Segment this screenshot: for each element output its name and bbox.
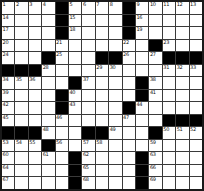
grid-cell-r9c4[interactable] [42, 102, 54, 114]
grid-cell-r10c1[interactable]: 45 [2, 115, 14, 127]
grid-cell-r13c1[interactable]: 60 [2, 152, 14, 164]
clue-number-31: 31 [163, 65, 169, 70]
grid-cell-r1c3[interactable]: 3 [29, 2, 41, 14]
block-cell-r2c10 [123, 15, 135, 27]
grid-cell-r4c14[interactable] [176, 40, 188, 52]
grid-cell-r3c2[interactable] [15, 27, 27, 39]
grid-cell-r9c3[interactable] [29, 102, 41, 114]
block-cell-r10c15 [190, 115, 202, 127]
grid-cell-r7c3[interactable]: 36 [29, 77, 41, 89]
block-cell-r11c8 [96, 127, 108, 139]
clue-number-26: 26 [123, 52, 129, 57]
grid-cell-r6c9[interactable]: 30 [109, 65, 121, 77]
grid-cell-r3c4[interactable] [42, 27, 54, 39]
grid-cell-r8c8[interactable] [96, 90, 108, 102]
grid-cell-r3c8[interactable] [96, 27, 108, 39]
block-cell-r6c2 [15, 65, 27, 77]
grid-cell-r7c14[interactable] [176, 77, 188, 89]
grid-cell-r12c15[interactable] [190, 140, 202, 152]
grid-cell-r1c9[interactable]: 8 [109, 2, 121, 14]
grid-cell-r7c1[interactable]: 34 [2, 77, 14, 89]
grid-cell-r14c2[interactable] [15, 165, 27, 177]
block-cell-r13c11 [136, 152, 148, 164]
block-cell-r14c11 [136, 165, 148, 177]
grid-cell-r10c3[interactable] [29, 115, 41, 127]
block-cell-r14c6 [69, 165, 81, 177]
block-cell-r9c10 [123, 102, 135, 114]
grid-cell-r6c11[interactable] [136, 65, 148, 77]
block-cell-r5c8 [96, 52, 108, 64]
grid-cell-r1c14[interactable]: 12 [176, 2, 188, 14]
grid-cell-r14c3[interactable] [29, 165, 41, 177]
clue-number-56: 56 [56, 140, 62, 145]
grid-cell-r1c4[interactable]: 4 [42, 2, 54, 14]
grid-cell-r6c14[interactable]: 32 [176, 65, 188, 77]
grid-cell-r13c2[interactable] [15, 152, 27, 164]
clue-number-69: 69 [150, 177, 156, 182]
grid-cell-r11c10[interactable] [123, 127, 135, 139]
grid-cell-r12c12[interactable]: 59 [149, 140, 161, 152]
clue-number-38: 38 [150, 77, 156, 82]
clue-number-35: 35 [16, 77, 22, 82]
block-cell-r11c7 [82, 127, 94, 139]
clue-number-36: 36 [29, 77, 35, 82]
grid-cell-r15c13[interactable] [163, 177, 175, 189]
clue-number-13: 13 [190, 2, 196, 7]
grid-cell-r9c6[interactable]: 43 [69, 102, 81, 114]
grid-cell-r10c5[interactable]: 46 [56, 115, 68, 127]
clue-number-9: 9 [136, 2, 139, 7]
clue-number-59: 59 [150, 140, 156, 145]
grid-cell-r15c10[interactable] [123, 177, 135, 189]
clue-number-16: 16 [136, 15, 142, 20]
grid-cell-r15c7[interactable]: 68 [82, 177, 94, 189]
clue-number-48: 48 [43, 127, 49, 132]
crossword-grid: 1234567891011121314151617181920212223242… [0, 0, 204, 191]
block-cell-r6c1 [2, 65, 14, 77]
clue-number-22: 22 [123, 40, 129, 45]
grid-cell-r6c7[interactable] [82, 65, 94, 77]
clue-number-8: 8 [110, 2, 113, 7]
grid-cell-r11c6[interactable] [69, 127, 81, 139]
grid-cell-r8c7[interactable] [82, 90, 94, 102]
grid-cell-r8c9[interactable] [109, 90, 121, 102]
grid-cell-r4c1[interactable]: 20 [2, 40, 14, 52]
grid-cell-r10c6[interactable] [69, 115, 81, 127]
grid-cell-r4c8[interactable] [96, 40, 108, 52]
grid-cell-r2c7[interactable] [82, 15, 94, 27]
grid-cell-r4c11[interactable] [136, 40, 148, 52]
grid-cell-r3c12[interactable] [149, 27, 161, 39]
grid-cell-r10c7[interactable] [82, 115, 94, 127]
clue-number-2: 2 [16, 2, 19, 7]
grid-cell-r12c6[interactable] [69, 140, 81, 152]
clue-number-30: 30 [110, 65, 116, 70]
grid-cell-r14c13[interactable] [163, 165, 175, 177]
grid-cell-r15c15[interactable] [190, 177, 202, 189]
grid-cell-r7c4[interactable] [42, 77, 54, 89]
block-cell-r5c14 [176, 52, 188, 64]
grid-cell-r8c1[interactable]: 39 [2, 90, 14, 102]
block-cell-r15c11 [136, 177, 148, 189]
block-cell-r11c1 [2, 127, 14, 139]
grid-cell-r5c2[interactable] [15, 52, 27, 64]
grid-cell-r11c4[interactable]: 48 [42, 127, 54, 139]
grid-cell-r13c5[interactable] [56, 152, 68, 164]
grid-cell-r8c3[interactable] [29, 90, 41, 102]
grid-cell-r13c3[interactable] [29, 152, 41, 164]
clue-number-39: 39 [3, 90, 9, 95]
grid-cell-r15c1[interactable]: 67 [2, 177, 14, 189]
clue-number-28: 28 [43, 65, 49, 70]
grid-cell-r6c15[interactable]: 33 [190, 65, 202, 77]
block-cell-r10c13 [163, 115, 175, 127]
clue-number-37: 37 [83, 77, 89, 82]
grid-cell-r3c3[interactable] [29, 27, 41, 39]
grid-cell-r12c2[interactable]: 54 [15, 140, 27, 152]
grid-cell-r10c11[interactable] [136, 115, 148, 127]
grid-cell-r15c12[interactable]: 69 [149, 177, 161, 189]
grid-cell-r3c9[interactable] [109, 27, 121, 39]
grid-cell-r15c14[interactable] [176, 177, 188, 189]
clue-number-49: 49 [110, 127, 116, 132]
grid-cell-r12c3[interactable]: 55 [29, 140, 41, 152]
grid-cell-r12c7[interactable]: 57 [82, 140, 94, 152]
grid-cell-r9c11[interactable]: 44 [136, 102, 148, 114]
grid-cell-r14c9[interactable] [109, 165, 121, 177]
grid-cell-r10c9[interactable] [109, 115, 121, 127]
grid-cell-r3c15[interactable] [190, 27, 202, 39]
clue-number-5: 5 [69, 2, 72, 7]
grid-cell-r10c8[interactable] [96, 115, 108, 127]
clue-number-24: 24 [3, 52, 9, 57]
grid-cell-r12c10[interactable] [123, 140, 135, 152]
grid-cell-r11c15[interactable]: 52 [190, 127, 202, 139]
grid-cell-r3c1[interactable]: 17 [2, 27, 14, 39]
grid-cell-r4c6[interactable] [69, 40, 81, 52]
grid-cell-r12c11[interactable] [136, 140, 148, 152]
clue-number-29: 29 [96, 65, 102, 70]
clue-number-32: 32 [177, 65, 183, 70]
grid-cell-r9c7[interactable] [82, 102, 94, 114]
clue-number-41: 41 [150, 90, 156, 95]
grid-cell-r8c12[interactable]: 41 [149, 90, 161, 102]
grid-cell-r15c3[interactable] [29, 177, 41, 189]
grid-cell-r14c12[interactable]: 66 [149, 165, 161, 177]
grid-cell-r6c8[interactable]: 29 [96, 65, 108, 77]
grid-cell-r15c9[interactable] [109, 177, 121, 189]
block-cell-r3c10 [123, 27, 135, 39]
clue-number-1: 1 [3, 2, 6, 7]
grid-cell-r2c9[interactable] [109, 15, 121, 27]
grid-cell-r6c12[interactable] [149, 65, 161, 77]
grid-cell-r13c9[interactable] [109, 152, 121, 164]
clue-number-3: 3 [29, 2, 32, 7]
clue-number-42: 42 [3, 102, 9, 107]
grid-cell-r1c13[interactable]: 11 [163, 2, 175, 14]
clue-number-47: 47 [123, 115, 129, 120]
clue-number-27: 27 [150, 52, 156, 57]
grid-cell-r6c6[interactable] [69, 65, 81, 77]
grid-cell-r5c5[interactable]: 25 [56, 52, 68, 64]
clue-number-65: 65 [83, 165, 89, 170]
block-cell-r8c11 [136, 90, 148, 102]
grid-cell-r3c13[interactable] [163, 27, 175, 39]
grid-cell-r7c10[interactable] [123, 77, 135, 89]
grid-cell-r14c14[interactable] [176, 165, 188, 177]
grid-cell-r5c6[interactable] [69, 52, 81, 64]
grid-cell-r6c5[interactable] [56, 65, 68, 77]
clue-number-7: 7 [96, 2, 99, 7]
clue-number-33: 33 [190, 65, 196, 70]
grid-cell-r14c4[interactable] [42, 165, 54, 177]
clue-number-66: 66 [150, 165, 156, 170]
grid-cell-r7c13[interactable] [163, 77, 175, 89]
grid-cell-r4c15[interactable] [190, 40, 202, 52]
clue-number-6: 6 [83, 2, 86, 7]
clue-number-44: 44 [136, 102, 142, 107]
block-cell-r11c12 [149, 127, 161, 139]
grid-cell-r2c3[interactable] [29, 15, 41, 27]
grid-cell-r10c12[interactable] [149, 115, 161, 127]
clue-number-43: 43 [69, 102, 75, 107]
clue-number-45: 45 [3, 115, 9, 120]
clue-number-17: 17 [3, 27, 9, 32]
block-cell-r4c12 [149, 40, 161, 52]
grid-cell-r13c12[interactable]: 63 [149, 152, 161, 164]
clue-number-53: 53 [3, 140, 9, 145]
clue-number-63: 63 [150, 152, 156, 157]
grid-cell-r14c5[interactable] [56, 165, 68, 177]
clue-number-52: 52 [190, 127, 196, 132]
grid-cell-r2c8[interactable] [96, 15, 108, 27]
grid-cell-r3c14[interactable] [176, 27, 188, 39]
grid-cell-r2c12[interactable] [149, 15, 161, 27]
grid-cell-r5c1[interactable]: 24 [2, 52, 14, 64]
block-cell-r5c9 [109, 52, 121, 64]
grid-cell-r8c13[interactable] [163, 90, 175, 102]
block-cell-r9c5 [56, 102, 68, 114]
grid-cell-r7c7[interactable]: 37 [82, 77, 94, 89]
grid-cell-r3c7[interactable] [82, 27, 94, 39]
clue-number-23: 23 [163, 40, 169, 45]
grid-cell-r12c1[interactable]: 53 [2, 140, 14, 152]
grid-cell-r2c13[interactable] [163, 15, 175, 27]
clue-number-20: 20 [3, 40, 9, 45]
grid-cell-r4c4[interactable] [42, 40, 54, 52]
grid-cell-r9c1[interactable]: 42 [2, 102, 14, 114]
grid-cell-r15c4[interactable] [42, 177, 54, 189]
grid-cell-r14c7[interactable]: 65 [82, 165, 94, 177]
grid-cell-r6c4[interactable]: 28 [42, 65, 54, 77]
grid-cell-r7c15[interactable] [190, 77, 202, 89]
grid-cell-r12c9[interactable] [109, 140, 121, 152]
grid-cell-r7c8[interactable] [96, 77, 108, 89]
clue-number-40: 40 [69, 90, 75, 95]
grid-cell-r2c11[interactable]: 16 [136, 15, 148, 27]
grid-cell-r13c8[interactable] [96, 152, 108, 164]
clue-number-15: 15 [69, 15, 75, 20]
grid-cell-r5c11[interactable] [136, 52, 148, 64]
grid-cell-r1c6[interactable]: 5 [69, 2, 81, 14]
grid-cell-r5c7[interactable] [82, 52, 94, 64]
grid-cell-r4c9[interactable] [109, 40, 121, 52]
grid-cell-r13c15[interactable] [190, 152, 202, 164]
grid-cell-r9c15[interactable] [190, 102, 202, 114]
grid-cell-r5c3[interactable] [29, 52, 41, 64]
grid-cell-r15c5[interactable] [56, 177, 68, 189]
grid-cell-r1c8[interactable]: 7 [96, 2, 108, 14]
grid-cell-r8c6[interactable]: 40 [69, 90, 81, 102]
clue-number-34: 34 [3, 77, 9, 82]
grid-cell-r10c10[interactable]: 47 [123, 115, 135, 127]
block-cell-r5c13 [163, 52, 175, 64]
grid-cell-r4c13[interactable]: 23 [163, 40, 175, 52]
block-cell-r5c15 [190, 52, 202, 64]
grid-cell-r7c2[interactable]: 35 [15, 77, 27, 89]
grid-cell-r13c10[interactable] [123, 152, 135, 164]
block-cell-r12c4 [42, 140, 54, 152]
block-cell-r3c5 [56, 27, 68, 39]
grid-cell-r4c3[interactable] [29, 40, 41, 52]
clue-number-62: 62 [83, 152, 89, 157]
grid-cell-r7c5[interactable] [56, 77, 68, 89]
block-cell-r11c2 [15, 127, 27, 139]
clue-number-61: 61 [43, 152, 49, 157]
grid-cell-r8c4[interactable] [42, 90, 54, 102]
grid-cell-r8c2[interactable] [15, 90, 27, 102]
grid-cell-r4c2[interactable] [15, 40, 27, 52]
grid-cell-r1c7[interactable]: 6 [82, 2, 94, 14]
grid-cell-r8c10[interactable] [123, 90, 135, 102]
grid-cell-r13c7[interactable]: 62 [82, 152, 94, 164]
grid-cell-r4c5[interactable]: 21 [56, 40, 68, 52]
block-cell-r1c10 [123, 2, 135, 14]
grid-cell-r11c11[interactable] [136, 127, 148, 139]
clue-number-11: 11 [163, 2, 169, 7]
block-cell-r7c11 [136, 77, 148, 89]
grid-cell-r6c13[interactable]: 31 [163, 65, 175, 77]
grid-cell-r14c8[interactable] [96, 165, 108, 177]
clue-number-51: 51 [177, 127, 183, 132]
grid-cell-r14c15[interactable] [190, 165, 202, 177]
grid-cell-r14c10[interactable] [123, 165, 135, 177]
clue-number-4: 4 [43, 2, 46, 7]
grid-cell-r12c8[interactable]: 58 [96, 140, 108, 152]
grid-cell-r1c2[interactable]: 2 [15, 2, 27, 14]
grid-cell-r1c1[interactable]: 1 [2, 2, 14, 14]
block-cell-r5c4 [42, 52, 54, 64]
block-cell-r15c6 [69, 177, 81, 189]
grid-cell-r14c1[interactable]: 64 [2, 165, 14, 177]
grid-cell-r8c15[interactable] [190, 90, 202, 102]
grid-cell-r11c14[interactable]: 51 [176, 127, 188, 139]
clue-number-55: 55 [29, 140, 35, 145]
clue-number-57: 57 [83, 140, 89, 145]
block-cell-r2c5 [56, 15, 68, 27]
block-cell-r11c3 [29, 127, 41, 139]
grid-cell-r9c2[interactable] [15, 102, 27, 114]
grid-cell-r15c8[interactable] [96, 177, 108, 189]
block-cell-r8c5 [56, 90, 68, 102]
clue-number-21: 21 [56, 40, 62, 45]
grid-cell-r1c12[interactable]: 10 [149, 2, 161, 14]
clue-number-68: 68 [83, 177, 89, 182]
grid-cell-r12c13[interactable] [163, 140, 175, 152]
clue-number-12: 12 [177, 2, 183, 7]
clue-number-10: 10 [150, 2, 156, 7]
grid-cell-r10c4[interactable] [42, 115, 54, 127]
grid-cell-r9c14[interactable] [176, 102, 188, 114]
grid-cell-r9c8[interactable] [96, 102, 108, 114]
grid-cell-r9c9[interactable] [109, 102, 121, 114]
clue-number-58: 58 [96, 140, 102, 145]
grid-cell-r2c4[interactable] [42, 15, 54, 27]
grid-cell-r13c13[interactable] [163, 152, 175, 164]
clue-number-14: 14 [3, 15, 9, 20]
grid-cell-r3c11[interactable]: 19 [136, 27, 148, 39]
grid-cell-r2c14[interactable] [176, 15, 188, 27]
grid-cell-r12c14[interactable] [176, 140, 188, 152]
grid-cell-r12c5[interactable]: 56 [56, 140, 68, 152]
grid-cell-r11c5[interactable] [56, 127, 68, 139]
grid-cell-r2c2[interactable] [15, 15, 27, 27]
grid-cell-r13c4[interactable]: 61 [42, 152, 54, 164]
grid-cell-r8c14[interactable] [176, 90, 188, 102]
clue-number-25: 25 [56, 52, 62, 57]
clue-number-46: 46 [56, 115, 62, 120]
grid-cell-r5c10[interactable]: 26 [123, 52, 135, 64]
grid-cell-r6c10[interactable] [123, 65, 135, 77]
grid-cell-r2c6[interactable]: 15 [69, 15, 81, 27]
block-cell-r10c14 [176, 115, 188, 127]
clue-number-19: 19 [136, 27, 142, 32]
grid-cell-r7c12[interactable]: 38 [149, 77, 161, 89]
grid-cell-r2c1[interactable]: 14 [2, 15, 14, 27]
grid-cell-r9c13[interactable] [163, 102, 175, 114]
grid-cell-r3c6[interactable]: 18 [69, 27, 81, 39]
grid-cell-r2c15[interactable] [190, 15, 202, 27]
grid-cell-r13c14[interactable] [176, 152, 188, 164]
block-cell-r7c6 [69, 77, 81, 89]
grid-cell-r9c12[interactable] [149, 102, 161, 114]
block-cell-r1c5 [56, 2, 68, 14]
grid-cell-r4c10[interactable]: 22 [123, 40, 135, 52]
clue-number-67: 67 [3, 177, 9, 182]
grid-cell-r1c15[interactable]: 13 [190, 2, 202, 14]
grid-cell-r11c9[interactable]: 49 [109, 127, 121, 139]
grid-cell-r7c9[interactable] [109, 77, 121, 89]
clue-number-64: 64 [3, 165, 9, 170]
grid-cell-r15c2[interactable] [15, 177, 27, 189]
clue-number-54: 54 [16, 140, 22, 145]
block-cell-r6c3 [29, 65, 41, 77]
clue-number-50: 50 [163, 127, 169, 132]
grid-cell-r11c13[interactable]: 50 [163, 127, 175, 139]
grid-cell-r1c11[interactable]: 9 [136, 2, 148, 14]
block-cell-r13c6 [69, 152, 81, 164]
clue-number-60: 60 [3, 152, 9, 157]
grid-cell-r4c7[interactable] [82, 40, 94, 52]
grid-cell-r10c2[interactable] [15, 115, 27, 127]
grid-cell-r5c12[interactable]: 27 [149, 52, 161, 64]
clue-number-18: 18 [69, 27, 75, 32]
